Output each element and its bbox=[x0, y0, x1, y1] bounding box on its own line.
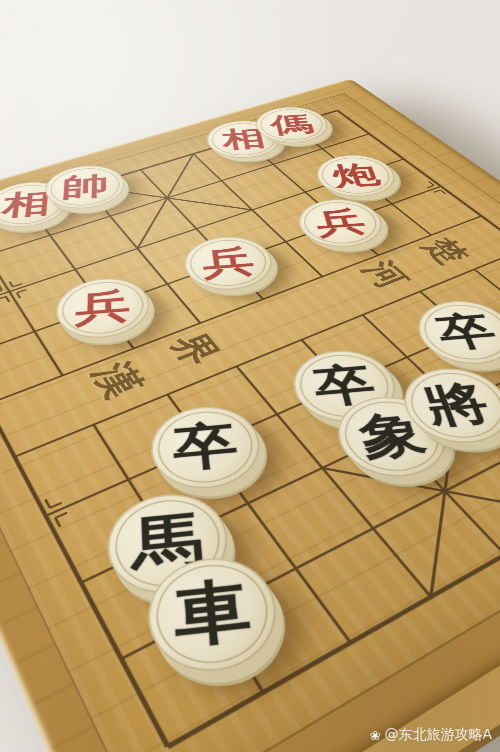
board-tray: 漢 界 河 楚 相帥相傌炮兵兵兵卒卒卒馬象將車 bbox=[0, 78, 500, 752]
watermark-logo-icon: ❀ bbox=[370, 728, 381, 743]
red-piece-character: 相 bbox=[1, 189, 53, 219]
red-piece-character: 兵 bbox=[75, 288, 131, 328]
black-piece-character: 卒 bbox=[172, 419, 241, 474]
board-face: 漢 界 河 楚 相帥相傌炮兵兵兵卒卒卒馬象將車 bbox=[0, 93, 500, 752]
watermark: ❀ @东北旅游攻略A bbox=[370, 726, 492, 744]
black-piece-character: 車 bbox=[173, 575, 254, 651]
red-piece-character: 炮 bbox=[329, 162, 383, 190]
red-piece-character: 傌 bbox=[268, 113, 316, 137]
watermark-text: @东北旅游攻略A bbox=[384, 726, 492, 744]
black-piece-character: 將 bbox=[419, 380, 496, 430]
red-piece-character: 兵 bbox=[312, 207, 369, 239]
black-piece-character: 卒 bbox=[431, 311, 500, 353]
red-piece-character: 兵 bbox=[201, 245, 257, 280]
board-scene: 漢 界 河 楚 相帥相傌炮兵兵兵卒卒卒馬象將車 bbox=[0, 78, 500, 752]
red-piece-character: 帥 bbox=[61, 172, 109, 201]
